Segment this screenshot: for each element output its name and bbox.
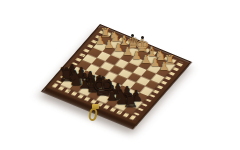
piece-light-P[interactable]: ♟ (158, 61, 169, 72)
latch-ring-icon (88, 107, 98, 121)
product-photo-stage: 12345678 abcdefgh ♜♞♝♛♚♝♞♜♟♟♟♟♟♟♟♟♟♟♟♟♟♟… (0, 0, 240, 150)
brass-latch[interactable] (89, 104, 99, 121)
pieces-layer: ♜♞♝♛♚♝♞♜♟♟♟♟♟♟♟♟♟♟♟♟♟♟♟♟♜♞♝♛♚♝♞♜ (0, 0, 240, 150)
piece-dark-R[interactable]: ♜ (121, 92, 139, 110)
